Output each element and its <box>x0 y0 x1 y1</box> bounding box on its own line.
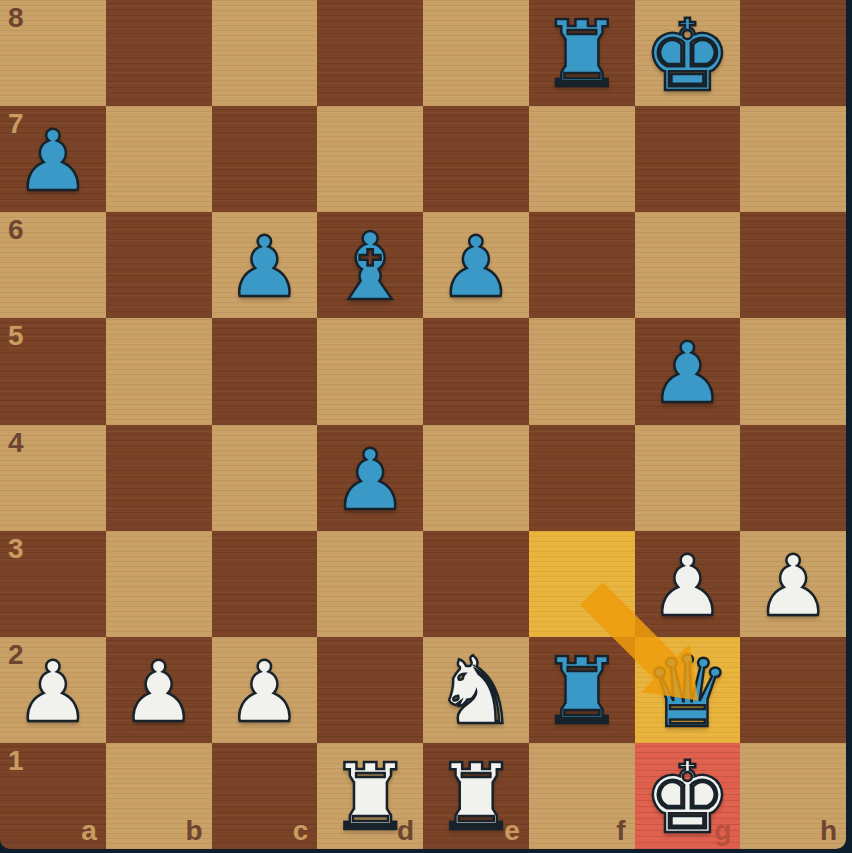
piece-black-rook-f2[interactable]: ♜ <box>529 639 635 743</box>
square-g3[interactable]: ♟ <box>635 531 741 637</box>
piece-black-rook-f8[interactable]: ♜ <box>529 2 635 106</box>
file-label-h: h <box>820 817 837 845</box>
rank-label-5: 5 <box>8 322 24 350</box>
square-b2[interactable]: ♟ <box>106 637 212 743</box>
square-g2[interactable]: ♛ <box>635 637 741 743</box>
square-e5[interactable] <box>423 318 529 424</box>
square-d5[interactable] <box>317 318 423 424</box>
square-a8[interactable]: 8 <box>0 0 106 106</box>
square-h4[interactable] <box>740 425 846 531</box>
square-f1[interactable]: f <box>529 743 635 849</box>
piece-black-pawn-g5[interactable]: ♟ <box>635 320 741 424</box>
square-f3[interactable] <box>529 531 635 637</box>
square-d8[interactable] <box>317 0 423 106</box>
rank-label-6: 6 <box>8 216 24 244</box>
square-e4[interactable] <box>423 425 529 531</box>
square-d6[interactable]: ♝ <box>317 212 423 318</box>
rank-label-1: 1 <box>8 747 24 775</box>
square-h8[interactable] <box>740 0 846 106</box>
square-g6[interactable] <box>635 212 741 318</box>
rank-label-4: 4 <box>8 429 24 457</box>
square-c3[interactable] <box>212 531 318 637</box>
square-g5[interactable]: ♟ <box>635 318 741 424</box>
piece-black-king-g8[interactable]: ♚ <box>635 2 741 106</box>
square-a3[interactable]: 3 <box>0 531 106 637</box>
square-h7[interactable] <box>740 106 846 212</box>
square-g1[interactable]: g♚ <box>635 743 741 849</box>
rank-label-7: 7 <box>8 110 24 138</box>
file-label-a: a <box>81 817 97 845</box>
square-g8[interactable]: ♚ <box>635 0 741 106</box>
square-f4[interactable] <box>529 425 635 531</box>
square-g4[interactable] <box>635 425 741 531</box>
piece-white-knight-e2[interactable]: ♞ <box>423 639 529 743</box>
file-label-f: f <box>616 817 625 845</box>
square-c4[interactable] <box>212 425 318 531</box>
square-d2[interactable] <box>317 637 423 743</box>
file-label-d: d <box>397 817 414 845</box>
square-g7[interactable] <box>635 106 741 212</box>
square-f5[interactable] <box>529 318 635 424</box>
square-c1[interactable]: c <box>212 743 318 849</box>
square-e6[interactable]: ♟ <box>423 212 529 318</box>
square-d4[interactable]: ♟ <box>317 425 423 531</box>
square-h5[interactable] <box>740 318 846 424</box>
rank-label-3: 3 <box>8 535 24 563</box>
square-d7[interactable] <box>317 106 423 212</box>
square-h3[interactable]: ♟ <box>740 531 846 637</box>
square-b4[interactable] <box>106 425 212 531</box>
square-c5[interactable] <box>212 318 318 424</box>
square-a7[interactable]: 7♟ <box>0 106 106 212</box>
square-h1[interactable]: h <box>740 743 846 849</box>
square-a2[interactable]: 2♟ <box>0 637 106 743</box>
chess-app-window: 8♜♚7♟6♟♝♟5♟4♟3♟♟2♟♟♟♞♜♛1abcd♜e♜fg♚h <box>0 0 852 853</box>
piece-white-pawn-h3[interactable]: ♟ <box>740 533 846 637</box>
square-b3[interactable] <box>106 531 212 637</box>
square-a4[interactable]: 4 <box>0 425 106 531</box>
piece-black-bishop-d6[interactable]: ♝ <box>317 214 423 318</box>
piece-black-pawn-e6[interactable]: ♟ <box>423 214 529 318</box>
piece-black-pawn-d4[interactable]: ♟ <box>317 427 423 531</box>
square-c7[interactable] <box>212 106 318 212</box>
square-c8[interactable] <box>212 0 318 106</box>
piece-white-pawn-g3[interactable]: ♟ <box>635 533 741 637</box>
rank-label-8: 8 <box>8 4 24 32</box>
square-d3[interactable] <box>317 531 423 637</box>
square-h2[interactable] <box>740 637 846 743</box>
chess-board: 8♜♚7♟6♟♝♟5♟4♟3♟♟2♟♟♟♞♜♛1abcd♜e♜fg♚h <box>0 0 846 849</box>
square-e1[interactable]: e♜ <box>423 743 529 849</box>
square-a1[interactable]: 1a <box>0 743 106 849</box>
file-label-e: e <box>504 817 520 845</box>
square-b5[interactable] <box>106 318 212 424</box>
square-b6[interactable] <box>106 212 212 318</box>
file-label-g: g <box>714 817 731 845</box>
square-b8[interactable] <box>106 0 212 106</box>
square-f6[interactable] <box>529 212 635 318</box>
piece-white-pawn-b2[interactable]: ♟ <box>106 639 212 743</box>
square-c2[interactable]: ♟ <box>212 637 318 743</box>
square-e3[interactable] <box>423 531 529 637</box>
piece-white-pawn-c2[interactable]: ♟ <box>212 639 318 743</box>
square-d1[interactable]: d♜ <box>317 743 423 849</box>
square-a6[interactable]: 6 <box>0 212 106 318</box>
square-f8[interactable]: ♜ <box>529 0 635 106</box>
square-e7[interactable] <box>423 106 529 212</box>
rank-label-2: 2 <box>8 641 24 669</box>
square-b7[interactable] <box>106 106 212 212</box>
square-b1[interactable]: b <box>106 743 212 849</box>
square-h6[interactable] <box>740 212 846 318</box>
file-label-c: c <box>293 817 309 845</box>
square-a5[interactable]: 5 <box>0 318 106 424</box>
square-e2[interactable]: ♞ <box>423 637 529 743</box>
piece-black-pawn-c6[interactable]: ♟ <box>212 214 318 318</box>
file-label-b: b <box>185 817 202 845</box>
square-f7[interactable] <box>529 106 635 212</box>
square-e8[interactable] <box>423 0 529 106</box>
piece-black-queen-g2[interactable]: ♛ <box>635 639 741 743</box>
square-c6[interactable]: ♟ <box>212 212 318 318</box>
square-f2[interactable]: ♜ <box>529 637 635 743</box>
